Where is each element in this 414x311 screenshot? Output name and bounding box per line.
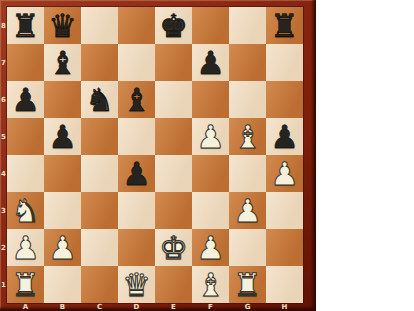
square-b5[interactable]: ♟ [44,118,81,155]
square-g7[interactable] [229,44,266,81]
square-g6[interactable] [229,81,266,118]
file-label-g: G [229,303,266,311]
square-f6[interactable] [192,81,229,118]
square-f4[interactable] [192,155,229,192]
square-e1[interactable] [155,266,192,303]
piece-white-rook[interactable]: ♜ [7,266,44,303]
square-c7[interactable] [81,44,118,81]
square-f5[interactable]: ♟ [192,118,229,155]
square-a5[interactable] [7,118,44,155]
square-h8[interactable]: ♜ [266,7,303,44]
square-c3[interactable] [81,192,118,229]
file-label-f: F [192,303,229,311]
square-h7[interactable] [266,44,303,81]
square-h3[interactable] [266,192,303,229]
piece-white-knight[interactable]: ♞ [7,192,44,229]
square-h5[interactable]: ♟ [266,118,303,155]
square-c1[interactable] [81,266,118,303]
square-d5[interactable] [118,118,155,155]
square-a7[interactable] [7,44,44,81]
square-f1[interactable]: ♝ [192,266,229,303]
piece-black-rook[interactable]: ♜ [266,7,303,44]
rank-label-8: 8 [0,22,7,30]
square-g8[interactable] [229,7,266,44]
square-d1[interactable]: ♛ [118,266,155,303]
square-a6[interactable]: ♟ [7,81,44,118]
rank-label-3: 3 [0,207,7,215]
piece-black-pawn[interactable]: ♟ [7,81,44,118]
square-f3[interactable] [192,192,229,229]
square-h1[interactable] [266,266,303,303]
file-label-e: E [155,303,192,311]
piece-white-pawn[interactable]: ♟ [44,229,81,266]
piece-white-queen[interactable]: ♛ [118,266,155,303]
square-h4[interactable]: ♟ [266,155,303,192]
chess-board: ♜♛♚♜♝♟♟♞♝♟♟♝♟♟♟♞♟♟♟♚♟♜♛♝♜ [7,7,303,303]
file-label-a: A [7,303,44,311]
square-g2[interactable] [229,229,266,266]
square-b3[interactable] [44,192,81,229]
square-e3[interactable] [155,192,192,229]
rank-label-2: 2 [0,244,7,252]
square-a3[interactable]: ♞ [7,192,44,229]
rank-label-6: 6 [0,96,7,104]
square-h2[interactable] [266,229,303,266]
square-c8[interactable] [81,7,118,44]
square-h6[interactable] [266,81,303,118]
square-a4[interactable] [7,155,44,192]
piece-white-bishop[interactable]: ♝ [229,118,266,155]
square-c6[interactable]: ♞ [81,81,118,118]
square-d3[interactable] [118,192,155,229]
piece-white-bishop[interactable]: ♝ [192,266,229,303]
piece-black-bishop[interactable]: ♝ [44,44,81,81]
square-f7[interactable]: ♟ [192,44,229,81]
square-a1[interactable]: ♜ [7,266,44,303]
piece-black-queen[interactable]: ♛ [44,7,81,44]
square-b4[interactable] [44,155,81,192]
file-label-c: C [81,303,118,311]
piece-white-pawn[interactable]: ♟ [266,155,303,192]
square-g1[interactable]: ♜ [229,266,266,303]
square-b8[interactable]: ♛ [44,7,81,44]
square-e5[interactable] [155,118,192,155]
piece-white-pawn[interactable]: ♟ [192,229,229,266]
square-g5[interactable]: ♝ [229,118,266,155]
piece-black-pawn[interactable]: ♟ [44,118,81,155]
square-c5[interactable] [81,118,118,155]
square-g4[interactable] [229,155,266,192]
square-d7[interactable] [118,44,155,81]
piece-black-bishop[interactable]: ♝ [118,81,155,118]
rank-label-5: 5 [0,133,7,141]
square-b6[interactable] [44,81,81,118]
square-b1[interactable] [44,266,81,303]
file-label-b: B [44,303,81,311]
piece-black-rook[interactable]: ♜ [7,7,44,44]
square-b7[interactable]: ♝ [44,44,81,81]
piece-black-pawn[interactable]: ♟ [118,155,155,192]
square-f2[interactable]: ♟ [192,229,229,266]
piece-white-pawn[interactable]: ♟ [7,229,44,266]
chess-board-frame: ♜♛♚♜♝♟♟♞♝♟♟♝♟♟♟♞♟♟♟♚♟♜♛♝♜ 87654321 ABCDE… [0,0,316,311]
square-b2[interactable]: ♟ [44,229,81,266]
square-d4[interactable]: ♟ [118,155,155,192]
square-d6[interactable]: ♝ [118,81,155,118]
square-g3[interactable]: ♟ [229,192,266,229]
piece-black-king[interactable]: ♚ [155,7,192,44]
square-e8[interactable]: ♚ [155,7,192,44]
screenshot-canvas: ♜♛♚♜♝♟♟♞♝♟♟♝♟♟♟♞♟♟♟♚♟♜♛♝♜ 87654321 ABCDE… [0,0,414,311]
square-d2[interactable] [118,229,155,266]
rank-label-4: 4 [0,170,7,178]
file-label-d: D [118,303,155,311]
piece-white-pawn[interactable]: ♟ [192,118,229,155]
piece-black-pawn[interactable]: ♟ [192,44,229,81]
square-a8[interactable]: ♜ [7,7,44,44]
piece-white-rook[interactable]: ♜ [229,266,266,303]
square-a2[interactable]: ♟ [7,229,44,266]
square-c2[interactable] [81,229,118,266]
square-e6[interactable] [155,81,192,118]
square-d8[interactable] [118,7,155,44]
rank-label-1: 1 [0,281,7,289]
square-e7[interactable] [155,44,192,81]
file-label-h: H [266,303,303,311]
square-f8[interactable] [192,7,229,44]
rank-label-7: 7 [0,59,7,67]
square-c4[interactable] [81,155,118,192]
square-e4[interactable] [155,155,192,192]
piece-black-pawn[interactable]: ♟ [266,118,303,155]
piece-white-pawn[interactable]: ♟ [229,192,266,229]
square-e2[interactable]: ♚ [155,229,192,266]
piece-white-king[interactable]: ♚ [155,229,192,266]
piece-black-knight[interactable]: ♞ [81,81,118,118]
